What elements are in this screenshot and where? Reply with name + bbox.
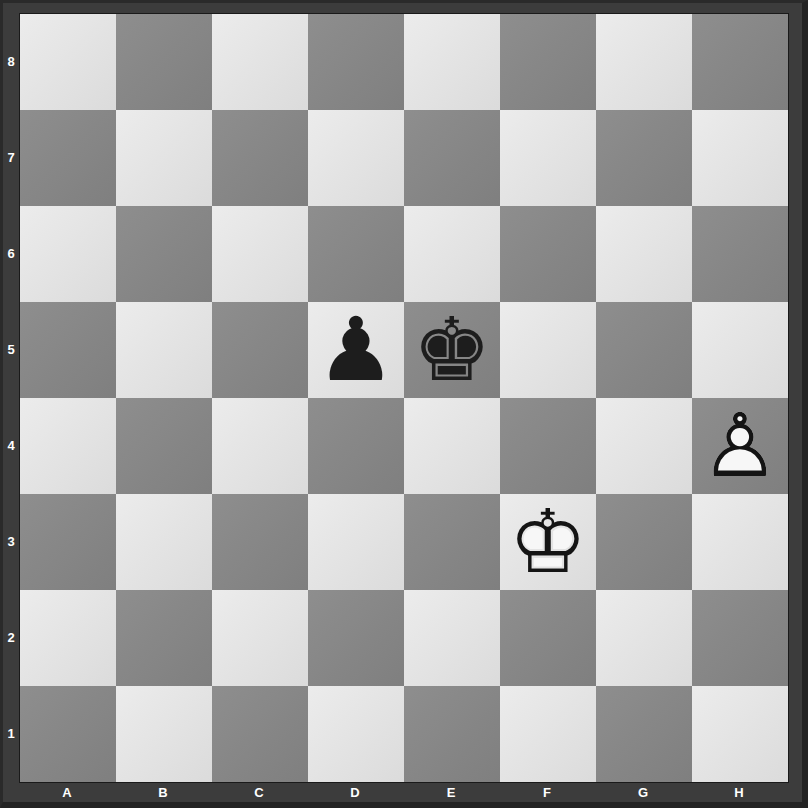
square-g2[interactable] [596, 590, 692, 686]
square-e5[interactable]: ♚ [404, 302, 500, 398]
black-pawn[interactable]: ♟ [308, 302, 404, 398]
square-b3[interactable] [116, 494, 212, 590]
square-f8[interactable] [500, 14, 596, 110]
square-g6[interactable] [596, 206, 692, 302]
rank-label-4: 4 [3, 397, 19, 493]
square-a2[interactable] [20, 590, 116, 686]
square-g7[interactable] [596, 110, 692, 206]
file-labels: ABCDEFGH [19, 783, 789, 802]
square-c5[interactable] [212, 302, 308, 398]
square-f6[interactable] [500, 206, 596, 302]
square-e6[interactable] [404, 206, 500, 302]
square-h5[interactable] [692, 302, 788, 398]
square-c7[interactable] [212, 110, 308, 206]
white-king[interactable]: ♚♔ [500, 494, 596, 590]
square-h3[interactable] [692, 494, 788, 590]
square-f4[interactable] [500, 398, 596, 494]
white-pawn[interactable]: ♟♙ [692, 398, 788, 494]
square-h7[interactable] [692, 110, 788, 206]
square-g8[interactable] [596, 14, 692, 110]
square-f3[interactable]: ♚♔ [500, 494, 596, 590]
chess-board-frame: 87654321 ♟♚♟♙♚♔ ABCDEFGH [0, 0, 808, 808]
square-b1[interactable] [116, 686, 212, 782]
rank-labels: 87654321 [3, 13, 19, 783]
square-h8[interactable] [692, 14, 788, 110]
square-c8[interactable] [212, 14, 308, 110]
square-h4[interactable]: ♟♙ [692, 398, 788, 494]
square-d8[interactable] [308, 14, 404, 110]
square-a8[interactable] [20, 14, 116, 110]
square-a1[interactable] [20, 686, 116, 782]
rank-label-5: 5 [3, 301, 19, 397]
square-b6[interactable] [116, 206, 212, 302]
square-f5[interactable] [500, 302, 596, 398]
square-d1[interactable] [308, 686, 404, 782]
square-b8[interactable] [116, 14, 212, 110]
square-c6[interactable] [212, 206, 308, 302]
file-label-h: H [691, 783, 787, 802]
square-b2[interactable] [116, 590, 212, 686]
square-d4[interactable] [308, 398, 404, 494]
square-g5[interactable] [596, 302, 692, 398]
square-a7[interactable] [20, 110, 116, 206]
square-e4[interactable] [404, 398, 500, 494]
rank-label-3: 3 [3, 493, 19, 589]
square-d7[interactable] [308, 110, 404, 206]
board: ♟♚♟♙♚♔ [19, 13, 789, 783]
square-h1[interactable] [692, 686, 788, 782]
square-e2[interactable] [404, 590, 500, 686]
file-label-e: E [403, 783, 499, 802]
rank-label-8: 8 [3, 13, 19, 109]
square-d5[interactable]: ♟ [308, 302, 404, 398]
square-a5[interactable] [20, 302, 116, 398]
square-a4[interactable] [20, 398, 116, 494]
square-g1[interactable] [596, 686, 692, 782]
square-e7[interactable] [404, 110, 500, 206]
square-b7[interactable] [116, 110, 212, 206]
square-f1[interactable] [500, 686, 596, 782]
square-e1[interactable] [404, 686, 500, 782]
square-c2[interactable] [212, 590, 308, 686]
square-h6[interactable] [692, 206, 788, 302]
square-f7[interactable] [500, 110, 596, 206]
square-g3[interactable] [596, 494, 692, 590]
square-g4[interactable] [596, 398, 692, 494]
square-d6[interactable] [308, 206, 404, 302]
rank-label-6: 6 [3, 205, 19, 301]
black-king[interactable]: ♚ [404, 302, 500, 398]
rank-label-7: 7 [3, 109, 19, 205]
rank-label-2: 2 [3, 589, 19, 685]
square-e3[interactable] [404, 494, 500, 590]
square-e8[interactable] [404, 14, 500, 110]
square-b4[interactable] [116, 398, 212, 494]
square-a6[interactable] [20, 206, 116, 302]
file-label-b: B [115, 783, 211, 802]
file-label-a: A [19, 783, 115, 802]
square-b5[interactable] [116, 302, 212, 398]
square-c3[interactable] [212, 494, 308, 590]
square-d2[interactable] [308, 590, 404, 686]
square-f2[interactable] [500, 590, 596, 686]
file-label-f: F [499, 783, 595, 802]
square-d3[interactable] [308, 494, 404, 590]
file-label-c: C [211, 783, 307, 802]
rank-label-1: 1 [3, 685, 19, 781]
file-label-g: G [595, 783, 691, 802]
square-c4[interactable] [212, 398, 308, 494]
square-h2[interactable] [692, 590, 788, 686]
file-label-d: D [307, 783, 403, 802]
square-c1[interactable] [212, 686, 308, 782]
square-a3[interactable] [20, 494, 116, 590]
